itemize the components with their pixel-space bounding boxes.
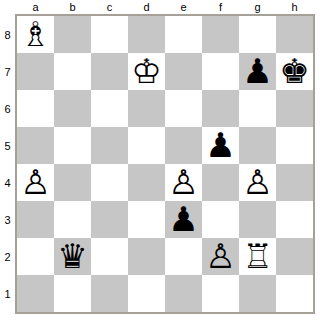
square-g8[interactable]	[239, 16, 276, 53]
square-g2[interactable]: ♖	[239, 238, 276, 275]
square-d7[interactable]: ♔	[128, 53, 165, 90]
white-rook: ♖	[242, 238, 272, 275]
square-a4[interactable]: ♙	[17, 164, 54, 201]
square-d6[interactable]	[128, 90, 165, 127]
black-queen: ♛	[57, 238, 87, 275]
square-b7[interactable]	[54, 53, 91, 90]
rank-label-6: 6	[0, 90, 15, 127]
file-label-f: f	[202, 0, 239, 14]
square-g6[interactable]	[239, 90, 276, 127]
square-g4[interactable]: ♙	[239, 164, 276, 201]
square-h7[interactable]: ♚	[276, 53, 313, 90]
square-f6[interactable]	[202, 90, 239, 127]
file-label-b: b	[54, 0, 91, 14]
square-h8[interactable]	[276, 16, 313, 53]
square-e7[interactable]	[165, 53, 202, 90]
chess-diagram: a b c d e f g h 8 7 6 5 4 3 2 1 ♗♔♟♚♟♙♙♙…	[0, 0, 320, 320]
square-f5[interactable]: ♟	[202, 127, 239, 164]
square-d4[interactable]	[128, 164, 165, 201]
rank-label-3: 3	[0, 201, 15, 238]
square-g5[interactable]	[239, 127, 276, 164]
square-b8[interactable]	[54, 16, 91, 53]
square-d8[interactable]	[128, 16, 165, 53]
square-h5[interactable]	[276, 127, 313, 164]
square-c5[interactable]	[91, 127, 128, 164]
square-d3[interactable]	[128, 201, 165, 238]
rank-label-2: 2	[0, 238, 15, 275]
black-pawn: ♟	[242, 53, 272, 90]
white-pawn: ♙	[20, 164, 50, 201]
square-b5[interactable]	[54, 127, 91, 164]
rank-label-7: 7	[0, 53, 15, 90]
black-pawn: ♟	[168, 201, 198, 238]
square-b3[interactable]	[54, 201, 91, 238]
square-d5[interactable]	[128, 127, 165, 164]
square-g1[interactable]	[239, 275, 276, 312]
square-h1[interactable]	[276, 275, 313, 312]
square-a2[interactable]	[17, 238, 54, 275]
white-king: ♔	[131, 53, 161, 90]
file-label-e: e	[165, 0, 202, 14]
square-c1[interactable]	[91, 275, 128, 312]
square-g7[interactable]: ♟	[239, 53, 276, 90]
square-c2[interactable]	[91, 238, 128, 275]
black-king: ♚	[279, 53, 309, 90]
square-a1[interactable]	[17, 275, 54, 312]
square-c7[interactable]	[91, 53, 128, 90]
rank-labels: 8 7 6 5 4 3 2 1	[0, 16, 15, 312]
square-f1[interactable]	[202, 275, 239, 312]
square-g3[interactable]	[239, 201, 276, 238]
square-f3[interactable]	[202, 201, 239, 238]
square-f2[interactable]: ♙	[202, 238, 239, 275]
square-e3[interactable]: ♟	[165, 201, 202, 238]
black-pawn: ♟	[205, 127, 235, 164]
square-b4[interactable]	[54, 164, 91, 201]
square-h6[interactable]	[276, 90, 313, 127]
file-label-g: g	[239, 0, 276, 14]
file-label-c: c	[91, 0, 128, 14]
chess-board: ♗♔♟♚♟♙♙♙♟♛♙♖	[15, 14, 315, 314]
rank-label-4: 4	[0, 164, 15, 201]
square-b1[interactable]	[54, 275, 91, 312]
square-h2[interactable]	[276, 238, 313, 275]
rank-label-5: 5	[0, 127, 15, 164]
square-a8[interactable]: ♗	[17, 16, 54, 53]
square-a3[interactable]	[17, 201, 54, 238]
square-e4[interactable]: ♙	[165, 164, 202, 201]
square-a7[interactable]	[17, 53, 54, 90]
white-pawn: ♙	[168, 164, 198, 201]
square-e2[interactable]	[165, 238, 202, 275]
rank-label-8: 8	[0, 16, 15, 53]
square-h3[interactable]	[276, 201, 313, 238]
square-c6[interactable]	[91, 90, 128, 127]
square-b6[interactable]	[54, 90, 91, 127]
file-labels: a b c d e f g h	[17, 0, 313, 14]
square-e8[interactable]	[165, 16, 202, 53]
white-pawn: ♙	[242, 164, 272, 201]
square-e6[interactable]	[165, 90, 202, 127]
white-pawn: ♙	[205, 238, 235, 275]
square-c8[interactable]	[91, 16, 128, 53]
square-e1[interactable]	[165, 275, 202, 312]
square-f4[interactable]	[202, 164, 239, 201]
square-f8[interactable]	[202, 16, 239, 53]
white-bishop: ♗	[20, 16, 50, 53]
file-label-h: h	[276, 0, 313, 14]
square-b2[interactable]: ♛	[54, 238, 91, 275]
square-d2[interactable]	[128, 238, 165, 275]
square-h4[interactable]	[276, 164, 313, 201]
square-f7[interactable]	[202, 53, 239, 90]
square-c4[interactable]	[91, 164, 128, 201]
file-label-a: a	[17, 0, 54, 14]
square-a5[interactable]	[17, 127, 54, 164]
rank-label-1: 1	[0, 275, 15, 312]
file-label-d: d	[128, 0, 165, 14]
square-a6[interactable]	[17, 90, 54, 127]
square-e5[interactable]	[165, 127, 202, 164]
square-d1[interactable]	[128, 275, 165, 312]
square-c3[interactable]	[91, 201, 128, 238]
